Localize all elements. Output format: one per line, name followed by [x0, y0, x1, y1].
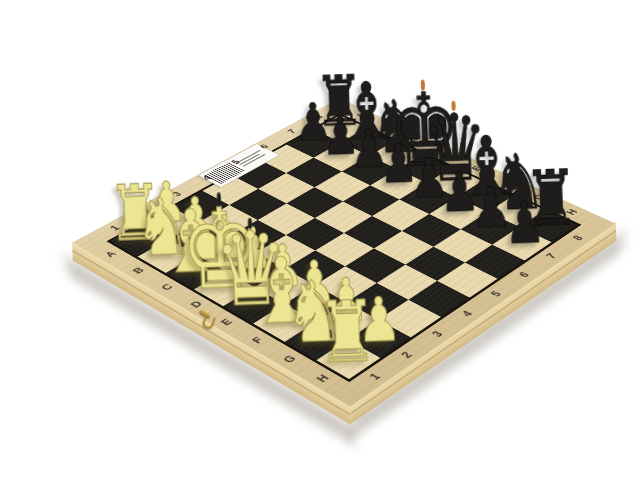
piece-white-rook-h1[interactable]: ♜: [316, 288, 379, 374]
orange-finial-icon: [452, 100, 456, 110]
orange-finial-icon: [421, 79, 425, 90]
clasp-hook-icon: [201, 314, 216, 330]
dark-finial-icon: [247, 218, 251, 229]
pieces-layer: ♜♝♞♚♛♝♞♜♟♟♟♟♟♟♟♟♟♟♟♟♟♟♟♟♜♞♝♚♛♝♞♜: [0, 0, 640, 480]
brass-clasp: [199, 312, 216, 333]
dark-finial-icon: [216, 193, 221, 205]
product-photo-scene: AABBCCDDEEFFGGHH1122334455667788 ♜♝♞♚♛♝♞…: [0, 0, 640, 480]
piece-black-pawn-h7[interactable]: ♟: [503, 194, 546, 252]
board-assembly: AABBCCDDEEFFGGHH1122334455667788 ♜♝♞♚♛♝♞…: [0, 0, 640, 480]
